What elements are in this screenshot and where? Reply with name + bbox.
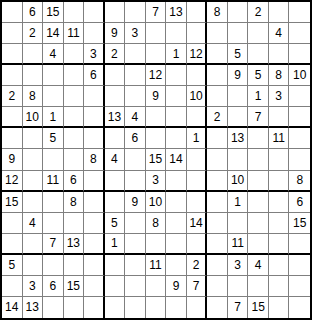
cell-r3c12[interactable]: 5 <box>228 44 249 65</box>
cell-r10c1[interactable]: 15 <box>2 192 23 213</box>
cell-r3c8[interactable] <box>146 44 167 65</box>
cell-r7c4[interactable] <box>64 128 85 149</box>
cell-r11c5[interactable] <box>84 213 105 234</box>
cell-r9c8[interactable]: 3 <box>146 171 167 192</box>
cell-r6c13[interactable]: 7 <box>248 107 269 128</box>
cell-r14c7[interactable] <box>125 276 146 297</box>
cell-r8c14[interactable] <box>269 149 290 170</box>
cell-r12c3[interactable]: 7 <box>43 234 64 255</box>
cell-r6c5[interactable] <box>84 107 105 128</box>
cell-r10c14[interactable] <box>269 192 290 213</box>
cell-r13c5[interactable] <box>84 255 105 276</box>
cell-r15c10[interactable] <box>187 297 208 318</box>
cell-r2c15[interactable] <box>289 23 310 44</box>
cell-r6c7[interactable]: 4 <box>125 107 146 128</box>
cell-r13c4[interactable] <box>64 255 85 276</box>
cell-r7c1[interactable] <box>2 128 23 149</box>
cell-r10c6[interactable] <box>105 192 126 213</box>
cell-r7c3[interactable]: 5 <box>43 128 64 149</box>
cell-r10c9[interactable] <box>166 192 187 213</box>
cell-r6c1[interactable] <box>2 107 23 128</box>
cell-r8c11[interactable] <box>207 149 228 170</box>
cell-r12c2[interactable] <box>23 234 44 255</box>
cell-r12c12[interactable]: 11 <box>228 234 249 255</box>
cell-r11c14[interactable] <box>269 213 290 234</box>
cell-r12c7[interactable] <box>125 234 146 255</box>
cell-r14c2[interactable]: 3 <box>23 276 44 297</box>
cell-r14c6[interactable] <box>105 276 126 297</box>
cell-r15c15[interactable] <box>289 297 310 318</box>
sudoku-board: 6157138221411934432112561295810289101310… <box>0 0 312 320</box>
cell-r4c5[interactable]: 6 <box>84 65 105 86</box>
cell-r4c11[interactable] <box>207 65 228 86</box>
cell-r12c9[interactable] <box>166 234 187 255</box>
cell-r2c2[interactable]: 2 <box>23 23 44 44</box>
cell-r3c10[interactable]: 12 <box>187 44 208 65</box>
cell-r12c10[interactable] <box>187 234 208 255</box>
cell-r3c6[interactable]: 2 <box>105 44 126 65</box>
cell-r11c9[interactable] <box>166 213 187 234</box>
cell-r15c11[interactable] <box>207 297 228 318</box>
cell-r2c6[interactable]: 9 <box>105 23 126 44</box>
cell-r5c2[interactable]: 8 <box>23 86 44 107</box>
cell-r15c6[interactable] <box>105 297 126 318</box>
cell-r10c13[interactable] <box>248 192 269 213</box>
cell-r10c4[interactable]: 8 <box>64 192 85 213</box>
cell-r11c3[interactable] <box>43 213 64 234</box>
cell-r2c14[interactable]: 4 <box>269 23 290 44</box>
cell-r14c8[interactable] <box>146 276 167 297</box>
cell-r14c14[interactable] <box>269 276 290 297</box>
cell-r1c5[interactable] <box>84 2 105 23</box>
cell-r10c11[interactable] <box>207 192 228 213</box>
cell-r7c13[interactable] <box>248 128 269 149</box>
cell-r9c3[interactable]: 11 <box>43 171 64 192</box>
cell-r7c15[interactable] <box>289 128 310 149</box>
cell-r9c13[interactable] <box>248 171 269 192</box>
cell-r7c6[interactable] <box>105 128 126 149</box>
cell-r14c4[interactable]: 15 <box>64 276 85 297</box>
cell-r5c4[interactable] <box>64 86 85 107</box>
cell-r8c6[interactable]: 4 <box>105 149 126 170</box>
cell-r14c11[interactable] <box>207 276 228 297</box>
cell-r2c4[interactable]: 11 <box>64 23 85 44</box>
cell-r1c6[interactable] <box>105 2 126 23</box>
cell-r8c13[interactable] <box>248 149 269 170</box>
cell-r11c8[interactable]: 8 <box>146 213 167 234</box>
cell-r13c11[interactable] <box>207 255 228 276</box>
cell-r12c8[interactable] <box>146 234 167 255</box>
cell-r8c12[interactable] <box>228 149 249 170</box>
cell-r11c7[interactable] <box>125 213 146 234</box>
cell-r3c15[interactable] <box>289 44 310 65</box>
cell-r3c7[interactable] <box>125 44 146 65</box>
cell-r5c15[interactable] <box>289 86 310 107</box>
cell-r14c12[interactable] <box>228 276 249 297</box>
cell-r15c1[interactable]: 14 <box>2 297 23 318</box>
cell-r1c9[interactable]: 13 <box>166 2 187 23</box>
cell-r10c7[interactable]: 9 <box>125 192 146 213</box>
cell-r13c8[interactable]: 11 <box>146 255 167 276</box>
cell-r4c2[interactable] <box>23 65 44 86</box>
cell-r15c7[interactable] <box>125 297 146 318</box>
cell-r15c13[interactable]: 15 <box>248 297 269 318</box>
cell-r5c5[interactable] <box>84 86 105 107</box>
cell-r5c3[interactable] <box>43 86 64 107</box>
cell-r10c15[interactable]: 6 <box>289 192 310 213</box>
cell-r3c4[interactable] <box>64 44 85 65</box>
cell-r1c3[interactable]: 15 <box>43 2 64 23</box>
cell-r6c12[interactable] <box>228 107 249 128</box>
cell-r14c1[interactable] <box>2 276 23 297</box>
cell-r11c15[interactable]: 15 <box>289 213 310 234</box>
cell-r10c2[interactable] <box>23 192 44 213</box>
cell-r6c6[interactable]: 13 <box>105 107 126 128</box>
cell-r8c10[interactable] <box>187 149 208 170</box>
cell-r13c6[interactable] <box>105 255 126 276</box>
cell-r1c11[interactable]: 8 <box>207 2 228 23</box>
cell-r3c2[interactable] <box>23 44 44 65</box>
cell-r7c10[interactable]: 1 <box>187 128 208 149</box>
cell-r2c8[interactable] <box>146 23 167 44</box>
cell-r12c6[interactable]: 1 <box>105 234 126 255</box>
cell-r1c15[interactable] <box>289 2 310 23</box>
cell-r4c6[interactable] <box>105 65 126 86</box>
cell-r2c5[interactable] <box>84 23 105 44</box>
cell-r10c3[interactable] <box>43 192 64 213</box>
cell-r12c15[interactable] <box>289 234 310 255</box>
cell-r12c4[interactable]: 13 <box>64 234 85 255</box>
cell-r2c13[interactable] <box>248 23 269 44</box>
cell-r2c7[interactable]: 3 <box>125 23 146 44</box>
cell-r4c9[interactable] <box>166 65 187 86</box>
cell-r11c4[interactable] <box>64 213 85 234</box>
cell-r10c8[interactable]: 10 <box>146 192 167 213</box>
cell-r14c3[interactable]: 6 <box>43 276 64 297</box>
cell-r3c3[interactable]: 4 <box>43 44 64 65</box>
cell-r2c11[interactable] <box>207 23 228 44</box>
cell-r2c3[interactable]: 14 <box>43 23 64 44</box>
cell-r9c6[interactable] <box>105 171 126 192</box>
cell-r6c2[interactable]: 10 <box>23 107 44 128</box>
cell-r14c9[interactable]: 9 <box>166 276 187 297</box>
cell-r8c9[interactable]: 14 <box>166 149 187 170</box>
cell-r13c12[interactable]: 3 <box>228 255 249 276</box>
cell-r9c10[interactable] <box>187 171 208 192</box>
cell-r4c3[interactable] <box>43 65 64 86</box>
cell-r2c9[interactable] <box>166 23 187 44</box>
cell-r9c1[interactable]: 12 <box>2 171 23 192</box>
cell-r9c9[interactable] <box>166 171 187 192</box>
cell-r11c11[interactable] <box>207 213 228 234</box>
cell-r13c3[interactable] <box>43 255 64 276</box>
cell-r8c15[interactable] <box>289 149 310 170</box>
cell-r3c1[interactable] <box>2 44 23 65</box>
cell-r10c5[interactable] <box>84 192 105 213</box>
cell-r5c12[interactable] <box>228 86 249 107</box>
cell-r7c8[interactable] <box>146 128 167 149</box>
cell-r13c15[interactable] <box>289 255 310 276</box>
cell-r5c14[interactable]: 3 <box>269 86 290 107</box>
cell-r5c13[interactable]: 1 <box>248 86 269 107</box>
cell-r15c14[interactable] <box>269 297 290 318</box>
cell-r12c5[interactable] <box>84 234 105 255</box>
cell-r13c2[interactable] <box>23 255 44 276</box>
cell-r10c10[interactable] <box>187 192 208 213</box>
cell-r11c1[interactable] <box>2 213 23 234</box>
cell-r5c9[interactable] <box>166 86 187 107</box>
cell-r11c10[interactable]: 14 <box>187 213 208 234</box>
cell-r1c4[interactable] <box>64 2 85 23</box>
cell-r13c13[interactable]: 4 <box>248 255 269 276</box>
cell-r7c14[interactable]: 11 <box>269 128 290 149</box>
cell-r4c10[interactable] <box>187 65 208 86</box>
cell-r9c2[interactable] <box>23 171 44 192</box>
cell-r1c7[interactable] <box>125 2 146 23</box>
cell-r8c3[interactable] <box>43 149 64 170</box>
cell-r9c15[interactable]: 8 <box>289 171 310 192</box>
cell-r6c8[interactable] <box>146 107 167 128</box>
cell-r6c11[interactable]: 2 <box>207 107 228 128</box>
cell-r11c12[interactable] <box>228 213 249 234</box>
cell-r7c12[interactable]: 13 <box>228 128 249 149</box>
cell-r15c4[interactable] <box>64 297 85 318</box>
cell-r11c6[interactable]: 5 <box>105 213 126 234</box>
cell-r8c2[interactable] <box>23 149 44 170</box>
cell-r1c12[interactable] <box>228 2 249 23</box>
cell-r8c8[interactable]: 15 <box>146 149 167 170</box>
cell-r10c12[interactable]: 1 <box>228 192 249 213</box>
cell-r4c4[interactable] <box>64 65 85 86</box>
cell-r8c7[interactable] <box>125 149 146 170</box>
cell-r3c11[interactable] <box>207 44 228 65</box>
cell-r2c12[interactable] <box>228 23 249 44</box>
cell-r12c14[interactable] <box>269 234 290 255</box>
cell-r3c14[interactable] <box>269 44 290 65</box>
cell-r1c1[interactable] <box>2 2 23 23</box>
cell-r5c1[interactable]: 2 <box>2 86 23 107</box>
cell-r15c5[interactable] <box>84 297 105 318</box>
cell-r3c9[interactable]: 1 <box>166 44 187 65</box>
cell-r6c14[interactable] <box>269 107 290 128</box>
cell-r1c8[interactable]: 7 <box>146 2 167 23</box>
cell-r2c10[interactable] <box>187 23 208 44</box>
cell-r13c9[interactable] <box>166 255 187 276</box>
cell-r13c1[interactable]: 5 <box>2 255 23 276</box>
cell-r7c2[interactable] <box>23 128 44 149</box>
cell-r5c6[interactable] <box>105 86 126 107</box>
cell-r15c8[interactable] <box>146 297 167 318</box>
cell-r6c10[interactable] <box>187 107 208 128</box>
cell-r13c14[interactable] <box>269 255 290 276</box>
cell-r15c2[interactable]: 13 <box>23 297 44 318</box>
cell-r9c7[interactable] <box>125 171 146 192</box>
cell-r9c11[interactable] <box>207 171 228 192</box>
cell-r14c15[interactable] <box>289 276 310 297</box>
cell-r5c10[interactable]: 10 <box>187 86 208 107</box>
cell-r7c5[interactable] <box>84 128 105 149</box>
cell-r9c5[interactable] <box>84 171 105 192</box>
cell-r8c4[interactable] <box>64 149 85 170</box>
cell-r15c9[interactable] <box>166 297 187 318</box>
cell-r12c11[interactable] <box>207 234 228 255</box>
cell-r3c5[interactable]: 3 <box>84 44 105 65</box>
cell-r14c5[interactable] <box>84 276 105 297</box>
cell-r12c1[interactable] <box>2 234 23 255</box>
cell-r6c15[interactable] <box>289 107 310 128</box>
cell-r8c1[interactable]: 9 <box>2 149 23 170</box>
cell-r5c7[interactable] <box>125 86 146 107</box>
cell-r3c13[interactable] <box>248 44 269 65</box>
cell-r4c14[interactable]: 8 <box>269 65 290 86</box>
cell-r1c14[interactable] <box>269 2 290 23</box>
cell-r2c1[interactable] <box>2 23 23 44</box>
cell-r5c8[interactable]: 9 <box>146 86 167 107</box>
cell-r9c4[interactable]: 6 <box>64 171 85 192</box>
cell-r12c13[interactable] <box>248 234 269 255</box>
cell-r4c12[interactable]: 9 <box>228 65 249 86</box>
cell-r6c4[interactable] <box>64 107 85 128</box>
cell-r1c2[interactable]: 6 <box>23 2 44 23</box>
cell-r5c11[interactable] <box>207 86 228 107</box>
cell-r11c2[interactable]: 4 <box>23 213 44 234</box>
cell-r7c11[interactable] <box>207 128 228 149</box>
cell-r13c7[interactable] <box>125 255 146 276</box>
cell-r4c8[interactable]: 12 <box>146 65 167 86</box>
cell-r15c3[interactable] <box>43 297 64 318</box>
cell-r9c12[interactable]: 10 <box>228 171 249 192</box>
cell-r15c12[interactable]: 7 <box>228 297 249 318</box>
cell-r6c9[interactable] <box>166 107 187 128</box>
cell-r7c7[interactable]: 6 <box>125 128 146 149</box>
cell-r4c1[interactable] <box>2 65 23 86</box>
cell-r1c10[interactable] <box>187 2 208 23</box>
cell-r14c10[interactable]: 7 <box>187 276 208 297</box>
cell-r11c13[interactable] <box>248 213 269 234</box>
cell-r8c5[interactable]: 8 <box>84 149 105 170</box>
cell-r4c13[interactable]: 5 <box>248 65 269 86</box>
cell-r7c9[interactable] <box>166 128 187 149</box>
cell-r14c13[interactable] <box>248 276 269 297</box>
cell-r4c7[interactable] <box>125 65 146 86</box>
cell-r1c13[interactable]: 2 <box>248 2 269 23</box>
cell-r4c15[interactable]: 10 <box>289 65 310 86</box>
cell-r6c3[interactable]: 1 <box>43 107 64 128</box>
cell-r13c10[interactable]: 2 <box>187 255 208 276</box>
cell-r9c14[interactable] <box>269 171 290 192</box>
